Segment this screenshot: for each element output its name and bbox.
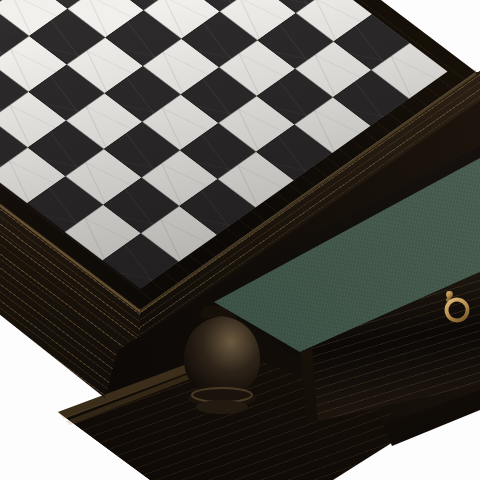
drawer-ring-pull[interactable]	[438, 288, 478, 334]
chess-table-photo: Black distressed wood chess table with b…	[0, 0, 480, 480]
